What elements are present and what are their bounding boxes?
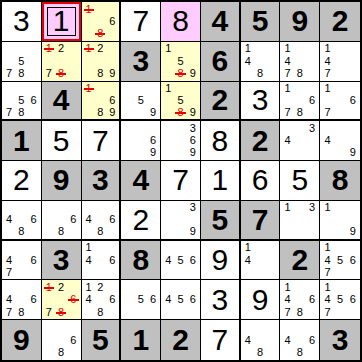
cell-r1c1[interactable]: 3 — [2, 2, 42, 42]
cell-r8c8[interactable]: 14678 — [280, 280, 320, 320]
candidate-digit: 6 — [306, 94, 318, 106]
candidate-digit: 4 — [242, 334, 254, 347]
given-digit: 8 — [132, 245, 149, 275]
solved-digit: 7 — [211, 325, 228, 355]
candidate-digit: 9 — [346, 147, 359, 159]
candidate-digit-eliminated: 1 — [43, 281, 55, 293]
candidate-digit: 6 — [306, 334, 318, 347]
candidate-digit: 7 — [321, 306, 334, 318]
candidate-digit: 4 — [162, 254, 174, 266]
candidate-digit: 8 — [294, 67, 306, 79]
pencil-marks: 4678 — [3, 281, 40, 318]
cell-r5c9[interactable]: 8 — [320, 161, 360, 201]
pencil-marks: 12468 — [83, 281, 119, 318]
candidate-digit: 1 — [321, 242, 334, 254]
candidate-digit: 1 — [83, 281, 95, 293]
candidate-digit: 7 — [43, 67, 55, 79]
candidate-digit: 6 — [28, 294, 40, 306]
cell-r4c7[interactable]: 2 — [241, 121, 281, 161]
candidate-digit: 4 — [242, 55, 254, 67]
given-digit: 1 — [132, 325, 149, 355]
given-digit: 6 — [211, 46, 228, 76]
candidate-digit: 4 — [83, 294, 95, 306]
pencil-marks: 148 — [242, 43, 279, 80]
candidate-digit: 1 — [321, 281, 334, 293]
cell-r4c5[interactable]: 369 — [161, 121, 201, 161]
cell-r7c4[interactable]: 8 — [121, 241, 161, 281]
given-digit: 2 — [291, 245, 308, 275]
given-digit: 3 — [53, 245, 70, 275]
cell-r5c8[interactable]: 5 — [280, 161, 320, 201]
candidate-digit: 7 — [3, 266, 15, 278]
pencil-marks: 369 — [162, 122, 199, 159]
cell-r6c1[interactable]: 468 — [2, 201, 42, 241]
cell-r5c6[interactable]: 1 — [201, 161, 241, 201]
given-digit: 9 — [53, 165, 70, 195]
candidate-digit: 6 — [187, 294, 199, 306]
given-digit: 2 — [211, 85, 228, 115]
cell-r2c4[interactable]: 3 — [121, 42, 161, 82]
cell-r2c1[interactable]: 578 — [2, 42, 42, 82]
candidate-digit: 1 — [281, 43, 293, 55]
given-digit: 4 — [53, 85, 70, 115]
pencil-marks: 1589 — [162, 83, 199, 119]
candidate-digit: 8 — [15, 306, 27, 318]
candidate-digit: 4 — [321, 55, 334, 67]
pencil-marks: 39 — [162, 202, 199, 238]
candidate-digit: 7 — [321, 67, 334, 79]
candidate-digit: 4 — [162, 294, 174, 306]
solved-digit: 5 — [291, 165, 308, 195]
pencil-marks: 1689 — [83, 83, 119, 119]
given-digit: 3 — [92, 165, 109, 195]
candidate-digit: 2 — [55, 281, 67, 293]
pencil-marks: 168 — [83, 3, 119, 40]
candidate-digit: 9 — [346, 226, 359, 238]
sudoku-board: 3116878459257812781289315896148147814756… — [0, 0, 362, 362]
cell-r7c8[interactable]: 2 — [280, 241, 320, 281]
cell-r7c2[interactable]: 3 — [42, 241, 82, 281]
given-digit: 3 — [332, 325, 349, 355]
pencil-marks: 14567 — [321, 281, 359, 318]
cell-r6c4[interactable]: 2 — [121, 201, 161, 241]
candidate-digit: 4 — [3, 254, 15, 266]
cell-r4c8[interactable]: 34 — [280, 121, 320, 161]
cell-r9c7[interactable]: 48 — [241, 320, 281, 360]
solved-digit: 1 — [53, 6, 70, 36]
pencil-marks: 468 — [3, 202, 40, 238]
pencil-marks: 59 — [122, 83, 159, 119]
cell-r2c2[interactable]: 1278 — [42, 42, 82, 82]
candidate-digit: 1 — [281, 83, 293, 95]
cell-r7c9[interactable]: 14567 — [320, 241, 360, 281]
candidate-digit: 9 — [187, 67, 199, 79]
candidate-digit: 2 — [94, 43, 106, 55]
candidate-digit: 5 — [174, 254, 186, 266]
candidate-digit: 3 — [306, 202, 318, 214]
cell-r6c7[interactable]: 7 — [241, 201, 281, 241]
cell-r6c9[interactable]: 19 — [320, 201, 360, 241]
cell-r1c6[interactable]: 4 — [201, 2, 241, 42]
cell-r5c2[interactable]: 9 — [42, 161, 82, 201]
given-digit: 5 — [252, 6, 269, 36]
candidate-digit: 6 — [106, 94, 118, 106]
candidate-digit: 4 — [281, 334, 293, 347]
candidate-digit: 6 — [346, 254, 359, 266]
candidate-digit: 6 — [67, 334, 79, 347]
pencil-marks: 1589 — [162, 43, 199, 80]
candidate-digit: 7 — [3, 106, 15, 118]
candidate-digit: 1 — [162, 43, 174, 55]
cell-r7c1[interactable]: 467 — [2, 241, 42, 281]
candidate-digit: 4 — [3, 294, 15, 306]
cell-r3c5[interactable]: 1589 — [161, 82, 201, 122]
cell-r1c5[interactable]: 8 — [161, 2, 201, 42]
cell-r8c3[interactable]: 12468 — [82, 280, 122, 320]
pencil-marks: 48 — [242, 321, 279, 359]
pencil-marks: 12678 — [43, 281, 80, 318]
candidate-digit: 9 — [147, 106, 159, 118]
cell-r4c1[interactable]: 1 — [2, 121, 42, 161]
cell-r7c7[interactable]: 14 — [241, 241, 281, 281]
cell-r9c8[interactable]: 468 — [280, 320, 320, 360]
cell-r2c7[interactable]: 148 — [241, 42, 281, 82]
pencil-marks: 13 — [281, 202, 318, 238]
candidate-digit: 8 — [15, 106, 27, 118]
cell-r3c4[interactable]: 59 — [121, 82, 161, 122]
candidate-digit: 1 — [242, 43, 254, 55]
solved-digit: 1 — [211, 165, 228, 195]
solved-digit: 3 — [13, 6, 30, 36]
candidate-digit: 1 — [321, 43, 334, 55]
candidate-digit: 8 — [15, 226, 27, 238]
given-digit: 2 — [172, 325, 189, 355]
cell-r8c2[interactable]: 12678 — [42, 280, 82, 320]
pencil-marks: 49 — [321, 122, 359, 159]
cell-r9c6[interactable]: 7 — [201, 320, 241, 360]
cell-r7c6[interactable]: 9 — [201, 241, 241, 281]
candidate-digit: 7 — [281, 106, 293, 118]
candidate-digit: 6 — [187, 254, 199, 266]
pencil-marks: 69 — [122, 122, 159, 159]
candidate-digit: 7 — [321, 266, 334, 278]
cell-r2c5[interactable]: 1589 — [161, 42, 201, 82]
candidate-digit-eliminated: 1 — [83, 43, 95, 55]
cell-r2c9[interactable]: 147 — [320, 42, 360, 82]
candidate-digit: 7 — [3, 306, 15, 318]
cell-r4c3[interactable]: 7 — [82, 121, 122, 161]
cell-r5c5[interactable]: 7 — [161, 161, 201, 201]
candidate-digit: 8 — [55, 226, 67, 238]
given-digit: 5 — [211, 205, 228, 235]
candidate-digit: 1 — [321, 83, 334, 95]
cell-r7c3[interactable]: 146 — [82, 241, 122, 281]
pencil-marks: 14678 — [281, 281, 318, 318]
candidate-digit: 6 — [306, 294, 318, 306]
candidate-digit-eliminated: 8 — [174, 106, 186, 118]
candidate-digit: 8 — [94, 67, 106, 79]
cell-r4c6[interactable]: 8 — [201, 121, 241, 161]
cell-r9c1[interactable]: 9 — [2, 320, 42, 360]
candidate-digit: 4 — [321, 254, 334, 266]
candidate-digit: 7 — [281, 67, 293, 79]
candidate-digit: 6 — [346, 94, 359, 106]
candidate-digit: 8 — [94, 226, 106, 238]
candidate-digit: 6 — [28, 254, 40, 266]
candidate-digit-eliminated: 8 — [55, 306, 67, 318]
pencil-marks: 456 — [162, 242, 199, 279]
candidate-digit-eliminated: 8 — [94, 28, 106, 40]
selected-digit-frame: 1 — [47, 7, 76, 36]
pencil-marks: 456 — [162, 281, 199, 318]
candidate-digit: 6 — [67, 214, 79, 226]
cell-r6c8[interactable]: 13 — [280, 201, 320, 241]
candidate-digit: 3 — [187, 202, 199, 214]
cell-r9c3[interactable]: 5 — [82, 320, 122, 360]
candidate-digit: 6 — [106, 214, 118, 226]
cell-r4c2[interactable]: 5 — [42, 121, 82, 161]
given-digit: 9 — [13, 325, 30, 355]
cell-r9c9[interactable]: 3 — [320, 320, 360, 360]
cell-r1c7[interactable]: 5 — [241, 2, 281, 42]
candidate-digit-eliminated: 1 — [43, 43, 55, 55]
candidate-digit-eliminated: 1 — [83, 83, 95, 95]
pencil-marks: 19 — [321, 202, 359, 238]
cell-r3c7[interactable]: 3 — [241, 82, 281, 122]
candidate-digit-eliminated: 8 — [174, 67, 186, 79]
candidate-digit: 6 — [346, 294, 359, 306]
pencil-marks: 147 — [321, 43, 359, 80]
candidate-digit: 4 — [3, 214, 15, 226]
cell-r5c1[interactable]: 2 — [2, 161, 42, 201]
pencil-marks: 56 — [122, 281, 159, 318]
given-digit: 9 — [291, 6, 308, 36]
candidate-digit: 9 — [147, 147, 159, 159]
cell-r5c7[interactable]: 6 — [241, 161, 281, 201]
given-digit: 8 — [332, 165, 349, 195]
candidate-digit: 5 — [15, 94, 27, 106]
given-digit: 3 — [132, 46, 149, 76]
cell-r3c6[interactable]: 2 — [201, 82, 241, 122]
candidate-digit: 6 — [147, 135, 159, 147]
cell-r9c5[interactable]: 2 — [161, 320, 201, 360]
cell-r3c9[interactable]: 167 — [320, 82, 360, 122]
solved-digit: 2 — [132, 205, 149, 235]
pencil-marks: 68 — [43, 321, 80, 359]
cell-r3c3[interactable]: 1689 — [82, 82, 122, 122]
candidate-digit: 3 — [306, 122, 318, 134]
candidate-digit: 6 — [28, 214, 40, 226]
cell-r5c4[interactable]: 4 — [121, 161, 161, 201]
candidate-digit: 8 — [294, 106, 306, 118]
candidate-digit: 8 — [94, 306, 106, 318]
pencil-marks: 468 — [281, 321, 318, 359]
cell-r3c1[interactable]: 5678 — [2, 82, 42, 122]
candidate-digit: 6 — [187, 135, 199, 147]
candidate-digit: 5 — [174, 294, 186, 306]
solved-digit: 9 — [211, 245, 228, 275]
given-digit: 5 — [92, 325, 109, 355]
pencil-marks: 1278 — [43, 43, 80, 80]
candidate-digit: 7 — [321, 106, 334, 118]
candidate-digit: 9 — [187, 147, 199, 159]
solved-digit: 2 — [13, 165, 30, 195]
candidate-digit: 1 — [281, 281, 293, 293]
candidate-digit: 6 — [147, 294, 159, 306]
candidate-digit: 9 — [187, 106, 199, 118]
candidate-digit-eliminated: 8 — [55, 67, 67, 79]
candidate-digit: 6 — [106, 254, 118, 266]
cell-r4c4[interactable]: 69 — [121, 121, 161, 161]
pencil-marks: 14 — [242, 242, 279, 279]
cell-r3c2[interactable]: 4 — [42, 82, 82, 122]
solved-digit: 7 — [92, 126, 109, 156]
candidate-digit-eliminated: 1 — [83, 3, 95, 15]
candidate-digit: 1 — [83, 242, 95, 254]
candidate-digit: 8 — [254, 67, 266, 79]
candidate-digit-eliminated: 6 — [67, 294, 79, 306]
solved-digit: 9 — [252, 285, 269, 315]
candidate-digit: 9 — [106, 106, 118, 118]
solved-digit: 8 — [211, 126, 228, 156]
solved-digit: 6 — [252, 165, 269, 195]
pencil-marks: 167 — [321, 83, 359, 119]
candidate-digit: 6 — [106, 294, 118, 306]
cell-r8c4[interactable]: 56 — [121, 280, 161, 320]
cell-r8c5[interactable]: 456 — [161, 280, 201, 320]
solved-digit: 5 — [53, 126, 70, 156]
solved-digit: 8 — [172, 6, 189, 36]
cell-r8c6[interactable]: 3 — [201, 280, 241, 320]
candidate-digit: 4 — [281, 55, 293, 67]
cell-r7c5[interactable]: 456 — [161, 241, 201, 281]
candidate-digit: 1 — [162, 83, 174, 95]
solved-digit: 7 — [132, 6, 149, 36]
candidate-digit: 3 — [187, 122, 199, 134]
pencil-marks: 146 — [83, 242, 119, 279]
candidate-digit: 6 — [28, 94, 40, 106]
candidate-digit: 4 — [83, 254, 95, 266]
candidate-digit: 4 — [281, 135, 293, 147]
candidate-digit: 2 — [55, 43, 67, 55]
given-digit: 4 — [211, 6, 228, 36]
candidate-digit: 8 — [294, 306, 306, 318]
candidate-digit: 2 — [94, 281, 106, 293]
cell-r1c4[interactable]: 7 — [121, 2, 161, 42]
cell-r2c3[interactable]: 1289 — [82, 42, 122, 82]
candidate-digit: 4 — [242, 254, 254, 266]
candidate-digit: 7 — [281, 306, 293, 318]
candidate-digit: 5 — [334, 294, 347, 306]
candidate-digit: 9 — [106, 67, 118, 79]
candidate-digit: 1 — [321, 202, 334, 214]
cell-r8c9[interactable]: 14567 — [320, 280, 360, 320]
given-digit: 4 — [132, 165, 149, 195]
cell-r9c4[interactable]: 1 — [121, 320, 161, 360]
cell-r3c8[interactable]: 1678 — [280, 82, 320, 122]
solved-digit: 7 — [172, 165, 189, 195]
pencil-marks: 14567 — [321, 242, 359, 279]
cell-r1c3[interactable]: 168 — [82, 2, 122, 42]
cell-r5c3[interactable]: 3 — [82, 161, 122, 201]
cell-r2c6[interactable]: 6 — [201, 42, 241, 82]
given-digit: 1 — [13, 126, 30, 156]
pencil-marks: 1289 — [83, 43, 119, 80]
candidate-digit: 5 — [174, 55, 186, 67]
candidate-digit: 7 — [3, 67, 15, 79]
pencil-marks: 468 — [83, 202, 119, 238]
candidate-digit: 5 — [135, 94, 147, 106]
candidate-digit: 8 — [94, 106, 106, 118]
solved-digit: 3 — [211, 285, 228, 315]
cell-r6c6[interactable]: 5 — [201, 201, 241, 241]
candidate-digit: 8 — [254, 346, 266, 359]
cell-r4c9[interactable]: 49 — [320, 121, 360, 161]
pencil-marks: 34 — [281, 122, 318, 159]
given-digit: 2 — [252, 126, 269, 156]
cell-r1c9[interactable]: 2 — [320, 2, 360, 42]
cell-r2c8[interactable]: 1478 — [280, 42, 320, 82]
cell-r8c7[interactable]: 9 — [241, 280, 281, 320]
cell-r6c3[interactable]: 468 — [82, 201, 122, 241]
given-digit: 2 — [332, 6, 349, 36]
cell-r8c1[interactable]: 4678 — [2, 280, 42, 320]
candidate-digit: 9 — [187, 226, 199, 238]
pencil-marks: 578 — [3, 43, 40, 80]
candidate-digit: 8 — [55, 346, 67, 359]
candidate-digit: 8 — [294, 346, 306, 359]
candidate-digit: 7 — [43, 306, 55, 318]
candidate-digit: 1 — [281, 202, 293, 214]
candidate-digit: 4 — [281, 294, 293, 306]
pencil-marks: 467 — [3, 242, 40, 279]
candidate-digit: 5 — [135, 294, 147, 306]
cell-r6c2[interactable]: 68 — [42, 201, 82, 241]
pencil-marks: 5678 — [3, 83, 40, 119]
candidate-digit: 5 — [15, 55, 27, 67]
cell-r1c2[interactable]: 1 — [42, 2, 82, 42]
candidate-digit: 1 — [242, 242, 254, 254]
candidate-digit: 6 — [106, 15, 118, 27]
candidate-digit: 4 — [321, 135, 334, 147]
pencil-marks: 1478 — [281, 43, 318, 80]
cell-r6c5[interactable]: 39 — [161, 201, 201, 241]
cell-r1c8[interactable]: 9 — [280, 2, 320, 42]
pencil-marks: 1678 — [281, 83, 318, 119]
cell-r9c2[interactable]: 68 — [42, 320, 82, 360]
solved-digit: 3 — [252, 85, 269, 115]
given-digit: 7 — [252, 205, 269, 235]
candidate-digit: 5 — [334, 254, 347, 266]
pencil-marks: 68 — [43, 202, 80, 238]
candidate-digit: 4 — [83, 214, 95, 226]
candidate-digit: 5 — [174, 94, 186, 106]
candidate-digit: 8 — [15, 67, 27, 79]
candidate-digit: 4 — [321, 294, 334, 306]
